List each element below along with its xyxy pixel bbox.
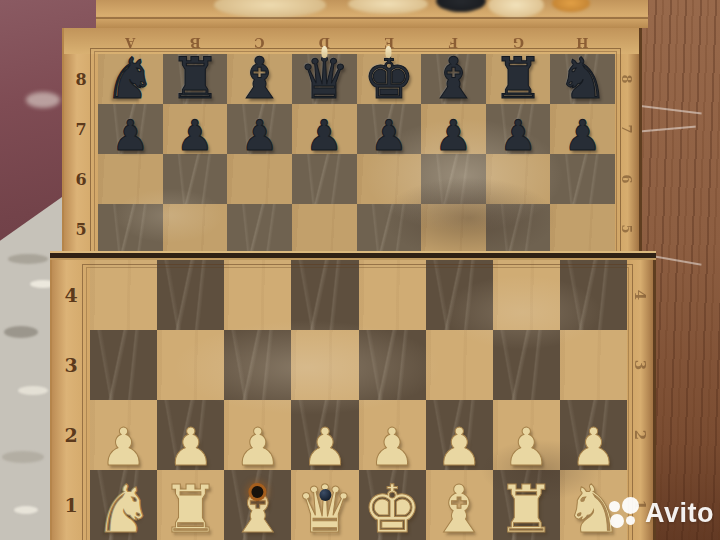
black-king-finial	[386, 46, 392, 58]
black-queen-finial	[321, 46, 327, 58]
square-c6	[227, 154, 292, 204]
square-g8: ♜	[486, 54, 551, 104]
piece-black-bishop: ♝	[428, 50, 479, 107]
piece-black-pawn: ♟	[435, 115, 473, 157]
rank-label-left-cell: 1	[52, 470, 90, 540]
wall-scuff	[26, 92, 60, 108]
box-lid-shelf	[96, 0, 648, 28]
rank-label-right-cell: 2	[627, 400, 653, 470]
watermark-avito: Avito	[609, 497, 714, 529]
square-a1: ♞	[90, 470, 157, 540]
piece-white-bishop: ♝	[430, 477, 489, 540]
square-d7: ♟	[292, 104, 357, 154]
piece-black-pawn: ♟	[305, 115, 343, 157]
avito-logo-icon	[609, 497, 640, 529]
rank-label: 6	[64, 154, 98, 204]
rank-label: 4	[605, 282, 675, 308]
piece-black-queen: ♛	[299, 50, 350, 107]
white-queen-finial	[319, 489, 331, 501]
square-f7: ♟	[421, 104, 486, 154]
square-b5	[163, 204, 228, 254]
piece-white-knight: ♞	[94, 477, 153, 540]
piece-white-rook: ♜	[497, 477, 556, 540]
rank-label: 5	[64, 204, 98, 254]
rank-label-left-cell: 6	[64, 154, 98, 204]
square-g2: ♟	[493, 400, 560, 470]
rank-label: 7	[64, 104, 98, 154]
square-g6	[486, 154, 551, 204]
rank-label-left-cell: 5	[64, 204, 98, 254]
rank-label-left-cell: 7	[64, 104, 98, 154]
square-g7: ♟	[486, 104, 551, 154]
rank-label-left-cell: 3	[52, 330, 90, 400]
square-f8: ♝	[421, 54, 486, 104]
square-a8: ♞	[98, 54, 163, 104]
piece-black-bishop: ♝	[234, 50, 285, 107]
square-e1: ♚	[359, 470, 426, 540]
piece-black-pawn: ♟	[564, 115, 602, 157]
piece-black-pawn: ♟	[370, 115, 408, 157]
rank-label: 2	[52, 400, 90, 470]
square-e4	[359, 260, 426, 330]
square-a2: ♟	[90, 400, 157, 470]
rank-label: 1	[52, 470, 90, 540]
square-b2: ♟	[157, 400, 224, 470]
rank-label-right-cell: 8	[615, 54, 639, 104]
piece-white-pawn: ♟	[302, 421, 349, 473]
background-spare-piece	[436, 0, 486, 12]
square-f3	[426, 330, 493, 400]
square-f6	[421, 154, 486, 204]
square-c1: ♝	[224, 470, 291, 540]
piece-white-pawn: ♟	[436, 421, 483, 473]
piece-black-knight: ♞	[105, 50, 156, 107]
rank-label-right-cell: 4	[627, 260, 653, 330]
square-g4	[493, 260, 560, 330]
piece-white-pawn: ♟	[369, 421, 416, 473]
rank-label-left-cell: 8	[64, 54, 98, 104]
square-c5	[227, 204, 292, 254]
square-c7: ♟	[227, 104, 292, 154]
square-f5	[421, 204, 486, 254]
rank-label: 4	[52, 260, 90, 330]
square-d6	[292, 154, 357, 204]
piece-white-pawn: ♟	[503, 421, 550, 473]
square-b7: ♟	[163, 104, 228, 154]
square-d3	[291, 330, 358, 400]
square-a3	[90, 330, 157, 400]
piece-white-pawn: ♟	[570, 421, 617, 473]
rank-label: 3	[52, 330, 90, 400]
rank-label: 8	[64, 54, 98, 104]
piece-black-knight: ♞	[557, 50, 608, 107]
piece-white-pawn: ♟	[100, 421, 147, 473]
rank-label: 8	[602, 67, 652, 91]
piece-black-pawn: ♟	[176, 115, 214, 157]
square-c2: ♟	[224, 400, 291, 470]
rank-label-left-cell: 4	[52, 260, 90, 330]
piece-white-pawn: ♟	[167, 421, 214, 473]
rank-label-right-cell: 7	[615, 104, 639, 154]
rank-label-right-cell: 5	[615, 204, 639, 254]
square-h8: ♞	[550, 54, 615, 104]
rank-label-left-cell: 2	[52, 400, 90, 470]
piece-black-rook: ♜	[493, 50, 544, 107]
watermark-text: Avito	[645, 498, 714, 529]
square-d4	[291, 260, 358, 330]
frame-corner	[64, 28, 98, 54]
piece-black-king: ♚	[363, 50, 414, 107]
background-spare-piece	[348, 0, 428, 14]
square-b1: ♜	[157, 470, 224, 540]
background-spare-piece	[488, 0, 544, 18]
piece-white-queen: ♛	[295, 477, 354, 540]
rank-label: 5	[602, 217, 652, 241]
square-a5	[98, 204, 163, 254]
square-e5	[357, 204, 422, 254]
square-d5	[292, 204, 357, 254]
piece-black-pawn: ♟	[499, 115, 537, 157]
square-e7: ♟	[357, 104, 422, 154]
rank-label: 6	[602, 167, 652, 191]
piece-white-bishop: ♝	[228, 477, 287, 540]
board-hinge-fold-line	[50, 251, 656, 260]
square-f4	[426, 260, 493, 330]
piece-white-pawn: ♟	[235, 421, 282, 473]
square-a4	[90, 260, 157, 330]
square-b3	[157, 330, 224, 400]
square-g5	[486, 204, 551, 254]
square-e3	[359, 330, 426, 400]
piece-black-pawn: ♟	[241, 115, 279, 157]
square-g3	[493, 330, 560, 400]
square-d1: ♛	[291, 470, 358, 540]
background-spare-piece	[552, 0, 590, 12]
square-c4	[224, 260, 291, 330]
chessboard-lower-half: 44332♟♟♟♟♟♟♟♟21♞♜♝♛♚♝♜♞1	[50, 260, 656, 540]
frame-corner	[615, 28, 639, 54]
rank-label: 3	[605, 352, 675, 378]
square-a6	[98, 154, 163, 204]
square-a7: ♟	[98, 104, 163, 154]
square-d2: ♟	[291, 400, 358, 470]
square-e6	[357, 154, 422, 204]
square-b4	[157, 260, 224, 330]
rank-label-right-cell: 6	[615, 154, 639, 204]
piece-white-king: ♚	[362, 477, 421, 540]
square-f1: ♝	[426, 470, 493, 540]
square-g1: ♜	[493, 470, 560, 540]
square-f2: ♟	[426, 400, 493, 470]
square-c8: ♝	[227, 54, 292, 104]
piece-black-pawn: ♟	[111, 115, 149, 157]
rank-label-right-cell: 3	[627, 330, 653, 400]
rank-label: 7	[602, 117, 652, 141]
chessboard-upper-half: ABCDEFGH8♞♜♝♛♚♝♜♞87♟♟♟♟♟♟♟♟76655	[62, 28, 642, 254]
background-spare-piece	[214, 0, 326, 18]
square-e2: ♟	[359, 400, 426, 470]
square-d8: ♛	[292, 54, 357, 104]
square-c3	[224, 330, 291, 400]
white-bishop-finial	[252, 486, 264, 498]
square-e8: ♚	[357, 54, 422, 104]
square-b8: ♜	[163, 54, 228, 104]
piece-white-rook: ♜	[161, 477, 220, 540]
piece-black-rook: ♜	[169, 50, 220, 107]
square-b6	[163, 154, 228, 204]
